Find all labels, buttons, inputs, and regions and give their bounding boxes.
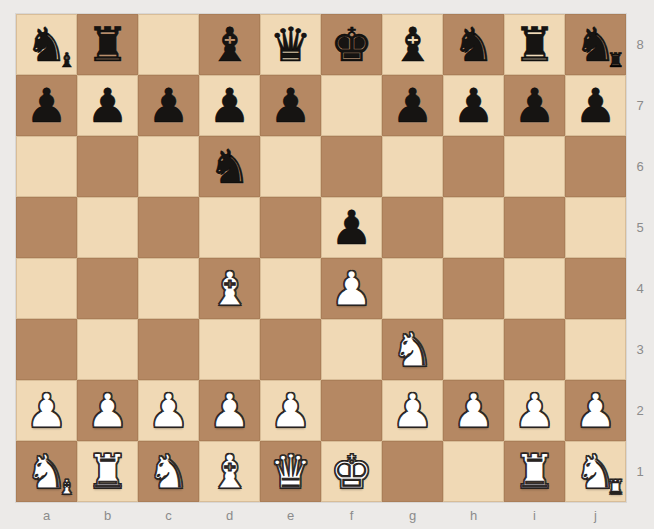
file-label-f: f	[321, 504, 382, 526]
square-g4[interactable]	[382, 258, 443, 319]
piece-white-knight[interactable]: ♞	[391, 326, 433, 373]
square-h4[interactable]	[443, 258, 504, 319]
square-a5[interactable]	[16, 197, 77, 258]
piece-white-pawn[interactable]: ♟	[25, 387, 67, 434]
rank-labels: 87654321	[627, 14, 653, 502]
square-b6[interactable]	[77, 136, 138, 197]
piece-black-pawn[interactable]: ♟	[86, 82, 128, 129]
square-g7[interactable]: ♟	[382, 75, 443, 136]
square-c2[interactable]: ♟	[138, 380, 199, 441]
square-c5[interactable]	[138, 197, 199, 258]
square-g2[interactable]: ♟	[382, 380, 443, 441]
square-d8[interactable]: ♝	[199, 14, 260, 75]
piece-white-chancellor[interactable]: ♞♜	[574, 448, 616, 495]
piece-black-pawn[interactable]: ♟	[269, 82, 311, 129]
file-label-i: i	[504, 504, 565, 526]
rook-badge-icon: ♜	[607, 50, 625, 70]
square-e7[interactable]: ♟	[260, 75, 321, 136]
piece-white-rook[interactable]: ♜	[513, 448, 555, 495]
square-i8[interactable]: ♜	[504, 14, 565, 75]
square-d3[interactable]	[199, 319, 260, 380]
square-f6[interactable]	[321, 136, 382, 197]
square-h1[interactable]	[443, 441, 504, 502]
square-e4[interactable]	[260, 258, 321, 319]
piece-black-chancellor[interactable]: ♞♜	[574, 21, 616, 68]
piece-white-pawn[interactable]: ♟	[452, 387, 494, 434]
square-f2[interactable]	[321, 380, 382, 441]
file-label-h: h	[443, 504, 504, 526]
piece-white-pawn[interactable]: ♟	[574, 387, 616, 434]
rank-label-7: 7	[627, 75, 653, 136]
square-f7[interactable]	[321, 75, 382, 136]
square-c1[interactable]: ♞	[138, 441, 199, 502]
piece-white-bishop[interactable]: ♝	[208, 448, 250, 495]
square-h3[interactable]	[443, 319, 504, 380]
rank-label-5: 5	[627, 197, 653, 258]
square-i4[interactable]	[504, 258, 565, 319]
square-e5[interactable]	[260, 197, 321, 258]
rank-label-3: 3	[627, 319, 653, 380]
piece-black-pawn[interactable]: ♟	[574, 82, 616, 129]
piece-black-knight[interactable]: ♞	[208, 143, 250, 190]
square-h8[interactable]: ♞	[443, 14, 504, 75]
piece-black-archbishop[interactable]: ♞♝	[25, 21, 67, 68]
piece-black-rook[interactable]: ♜	[86, 21, 128, 68]
piece-white-pawn[interactable]: ♟	[208, 387, 250, 434]
rook-badge-icon: ♜	[607, 477, 625, 497]
piece-white-bishop[interactable]: ♝	[208, 265, 250, 312]
square-j6[interactable]	[565, 136, 626, 197]
square-d6[interactable]: ♞	[199, 136, 260, 197]
square-g3[interactable]: ♞	[382, 319, 443, 380]
square-b3[interactable]	[77, 319, 138, 380]
square-d7[interactable]: ♟	[199, 75, 260, 136]
square-b2[interactable]: ♟	[77, 380, 138, 441]
square-h2[interactable]: ♟	[443, 380, 504, 441]
rank-label-4: 4	[627, 258, 653, 319]
square-e8[interactable]: ♛	[260, 14, 321, 75]
square-j3[interactable]	[565, 319, 626, 380]
piece-white-archbishop[interactable]: ♞♝	[25, 448, 67, 495]
square-b8[interactable]: ♜	[77, 14, 138, 75]
piece-black-bishop[interactable]: ♝	[208, 21, 250, 68]
square-g8[interactable]: ♝	[382, 14, 443, 75]
square-d2[interactable]: ♟	[199, 380, 260, 441]
piece-black-pawn[interactable]: ♟	[25, 82, 67, 129]
piece-white-pawn[interactable]: ♟	[269, 387, 311, 434]
piece-black-pawn[interactable]: ♟	[208, 82, 250, 129]
bishop-badge-icon: ♝	[58, 477, 76, 497]
file-label-g: g	[382, 504, 443, 526]
piece-white-pawn[interactable]: ♟	[86, 387, 128, 434]
piece-black-knight[interactable]: ♞	[452, 21, 494, 68]
piece-black-pawn[interactable]: ♟	[391, 82, 433, 129]
piece-white-rook[interactable]: ♜	[86, 448, 128, 495]
square-b4[interactable]	[77, 258, 138, 319]
square-j8[interactable]: ♞♜	[565, 14, 626, 75]
square-c7[interactable]: ♟	[138, 75, 199, 136]
piece-black-pawn[interactable]: ♟	[330, 204, 372, 251]
square-i6[interactable]	[504, 136, 565, 197]
square-f4[interactable]: ♟	[321, 258, 382, 319]
rank-label-1: 1	[627, 441, 653, 502]
board-area: ♞♝♜♝♛♚♝♞♜♞♜♟♟♟♟♟♟♟♟♟♞♟♝♟♞♟♟♟♟♟♟♟♟♟♞♝♜♞♝♛…	[0, 0, 654, 529]
square-a8[interactable]: ♞♝	[16, 14, 77, 75]
piece-black-pawn[interactable]: ♟	[513, 82, 555, 129]
square-i1[interactable]: ♜	[504, 441, 565, 502]
file-label-d: d	[199, 504, 260, 526]
square-h6[interactable]	[443, 136, 504, 197]
square-c6[interactable]	[138, 136, 199, 197]
square-b1[interactable]: ♜	[77, 441, 138, 502]
square-i5[interactable]	[504, 197, 565, 258]
square-g5[interactable]	[382, 197, 443, 258]
piece-black-king[interactable]: ♚	[330, 21, 372, 68]
square-a6[interactable]	[16, 136, 77, 197]
square-f1[interactable]: ♚	[321, 441, 382, 502]
square-a2[interactable]: ♟	[16, 380, 77, 441]
square-a3[interactable]	[16, 319, 77, 380]
square-f5[interactable]: ♟	[321, 197, 382, 258]
square-h5[interactable]	[443, 197, 504, 258]
square-d4[interactable]: ♝	[199, 258, 260, 319]
piece-black-pawn[interactable]: ♟	[452, 82, 494, 129]
square-e3[interactable]	[260, 319, 321, 380]
rank-label-6: 6	[627, 136, 653, 197]
piece-white-pawn[interactable]: ♟	[513, 387, 555, 434]
file-label-a: a	[16, 504, 77, 526]
piece-white-queen[interactable]: ♛	[269, 448, 311, 495]
square-c8[interactable]	[138, 14, 199, 75]
piece-white-king[interactable]: ♚	[330, 448, 372, 495]
square-a7[interactable]: ♟	[16, 75, 77, 136]
piece-white-pawn[interactable]: ♟	[391, 387, 433, 434]
square-e6[interactable]	[260, 136, 321, 197]
square-e2[interactable]: ♟	[260, 380, 321, 441]
square-f8[interactable]: ♚	[321, 14, 382, 75]
piece-white-knight[interactable]: ♞	[147, 448, 189, 495]
file-label-b: b	[77, 504, 138, 526]
rank-label-8: 8	[627, 14, 653, 75]
square-a1[interactable]: ♞♝	[16, 441, 77, 502]
bishop-badge-icon: ♝	[58, 50, 76, 70]
square-b7[interactable]: ♟	[77, 75, 138, 136]
square-c4[interactable]	[138, 258, 199, 319]
square-f3[interactable]	[321, 319, 382, 380]
square-d1[interactable]: ♝	[199, 441, 260, 502]
piece-white-pawn[interactable]: ♟	[330, 265, 372, 312]
square-j7[interactable]: ♟	[565, 75, 626, 136]
piece-white-pawn[interactable]: ♟	[147, 387, 189, 434]
square-j4[interactable]	[565, 258, 626, 319]
piece-black-rook[interactable]: ♜	[513, 21, 555, 68]
file-label-c: c	[138, 504, 199, 526]
square-a4[interactable]	[16, 258, 77, 319]
square-b5[interactable]	[77, 197, 138, 258]
chess-board: ♞♝♜♝♛♚♝♞♜♞♜♟♟♟♟♟♟♟♟♟♞♟♝♟♞♟♟♟♟♟♟♟♟♟♞♝♜♞♝♛…	[16, 14, 626, 502]
square-e1[interactable]: ♛	[260, 441, 321, 502]
piece-black-queen[interactable]: ♛	[269, 21, 311, 68]
file-labels: abcdefghij	[16, 504, 626, 526]
square-j1[interactable]: ♞♜	[565, 441, 626, 502]
square-j5[interactable]	[565, 197, 626, 258]
square-d5[interactable]	[199, 197, 260, 258]
square-g1[interactable]	[382, 441, 443, 502]
square-g6[interactable]	[382, 136, 443, 197]
file-label-e: e	[260, 504, 321, 526]
piece-black-bishop[interactable]: ♝	[391, 21, 433, 68]
square-i2[interactable]: ♟	[504, 380, 565, 441]
square-j2[interactable]: ♟	[565, 380, 626, 441]
square-i3[interactable]	[504, 319, 565, 380]
square-h7[interactable]: ♟	[443, 75, 504, 136]
piece-black-pawn[interactable]: ♟	[147, 82, 189, 129]
file-label-j: j	[565, 504, 626, 526]
rank-label-2: 2	[627, 380, 653, 441]
square-c3[interactable]	[138, 319, 199, 380]
square-i7[interactable]: ♟	[504, 75, 565, 136]
